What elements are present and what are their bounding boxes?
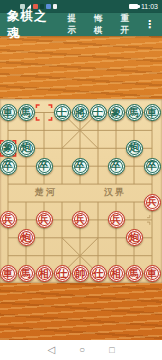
piece-black-advisor[interactable]: 士 [90,104,107,121]
piece-black-chariot[interactable]: 車 [0,104,17,121]
piece-red-soldier[interactable]: 兵 [72,211,89,228]
piece-black-cannon[interactable]: 炮 [18,140,35,157]
piece-red-advisor[interactable]: 仕 [54,265,71,282]
piece-red-soldier[interactable]: 兵 [144,194,161,211]
piece-red-chariot[interactable]: 車 [0,265,17,282]
river-label-han: 汉界 [104,188,126,197]
piece-black-elephant[interactable]: 象 [0,140,17,157]
recents-icon[interactable]: □ [109,346,114,355]
piece-black-soldier[interactable]: 卒 [0,158,17,175]
piece-red-soldier[interactable]: 兵 [36,211,53,228]
status-time: 11:03 [141,3,158,10]
piece-black-soldier[interactable]: 卒 [36,158,53,175]
piece-red-soldier[interactable]: 兵 [0,211,17,228]
back-icon[interactable]: ◁ [47,345,55,355]
piece-black-horse[interactable]: 馬 [18,104,35,121]
navigation-bar: ◁ ○ □ [0,340,162,360]
piece-black-advisor[interactable]: 士 [54,104,71,121]
board-grid [0,99,162,283]
piece-red-elephant[interactable]: 相 [36,265,53,282]
home-icon[interactable]: ○ [79,345,85,355]
piece-red-general[interactable]: 帥 [72,265,89,282]
piece-red-horse[interactable]: 馬 [126,265,143,282]
piece-black-soldier[interactable]: 卒 [108,158,125,175]
river-label-chu: 楚河 [35,188,57,197]
piece-red-horse[interactable]: 馬 [18,265,35,282]
battery-icon [129,4,138,9]
piece-black-soldier[interactable]: 卒 [72,158,89,175]
piece-red-cannon[interactable]: 炮 [126,229,143,246]
overflow-menu-icon[interactable]: ⋮ [144,19,155,30]
piece-black-cannon[interactable]: 炮 [126,140,143,157]
menu-undo-button[interactable]: 悔棋 [94,13,110,37]
piece-red-advisor[interactable]: 仕 [90,265,107,282]
board[interactable]: 楚河 汉界 車馬士將士象馬車象炮炮卒卒卒卒卒兵兵兵兵兵炮炮車馬相仕帥仕相馬車 [0,99,162,283]
piece-black-general[interactable]: 將 [72,104,89,121]
piece-black-chariot[interactable]: 車 [144,104,161,121]
piece-red-soldier[interactable]: 兵 [108,211,125,228]
menu-restart-button[interactable]: 重开 [120,13,136,37]
app-bar: 象棋之魂 提示 悔棋 重开 ⋮ [0,13,162,36]
piece-black-horse[interactable]: 馬 [126,104,143,121]
menu-hint-button[interactable]: 提示 [67,13,83,37]
piece-black-elephant[interactable]: 象 [108,104,125,121]
piece-red-cannon[interactable]: 炮 [18,229,35,246]
app-title: 象棋之魂 [7,8,56,42]
piece-red-chariot[interactable]: 車 [144,265,161,282]
piece-red-elephant[interactable]: 相 [108,265,125,282]
piece-black-soldier[interactable]: 卒 [144,158,161,175]
status-right: 11:03 [129,3,162,10]
